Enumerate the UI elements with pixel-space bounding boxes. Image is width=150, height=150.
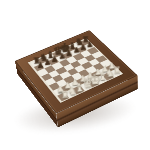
piece-black-pawn: ♟ xyxy=(58,53,66,62)
piece-black-pawn: ♟ xyxy=(44,59,52,68)
product-photo: ♜♞♝♛♚♝♞♜♟♟♟♟♟♟♟♟♟♟♟♟♟♟♟♟♜♞♝♛♚♝♞♜ xyxy=(0,0,150,150)
piece-black-pawn: ♟ xyxy=(36,62,44,71)
piece-black-pawn: ♟ xyxy=(72,47,80,55)
piece-white-rook: ♜ xyxy=(60,89,70,100)
box-top: ♜♞♝♛♚♝♞♜♟♟♟♟♟♟♟♟♟♟♟♟♟♟♟♟♜♞♝♛♚♝♞♜ xyxy=(15,30,138,114)
piece-black-pawn: ♟ xyxy=(51,56,59,65)
piece-black-pawn: ♟ xyxy=(86,41,94,49)
chess-box: ♜♞♝♛♚♝♞♜♟♟♟♟♟♟♟♟♟♟♟♟♟♟♟♟♜♞♝♛♚♝♞♜ xyxy=(15,30,138,114)
piece-black-pawn: ♟ xyxy=(65,50,73,58)
piece-black-pawn: ♟ xyxy=(79,44,87,52)
square-d5 xyxy=(63,64,74,72)
scene: ♜♞♝♛♚♝♞♜♟♟♟♟♟♟♟♟♟♟♟♟♟♟♟♟♜♞♝♛♚♝♞♜ xyxy=(0,0,150,150)
